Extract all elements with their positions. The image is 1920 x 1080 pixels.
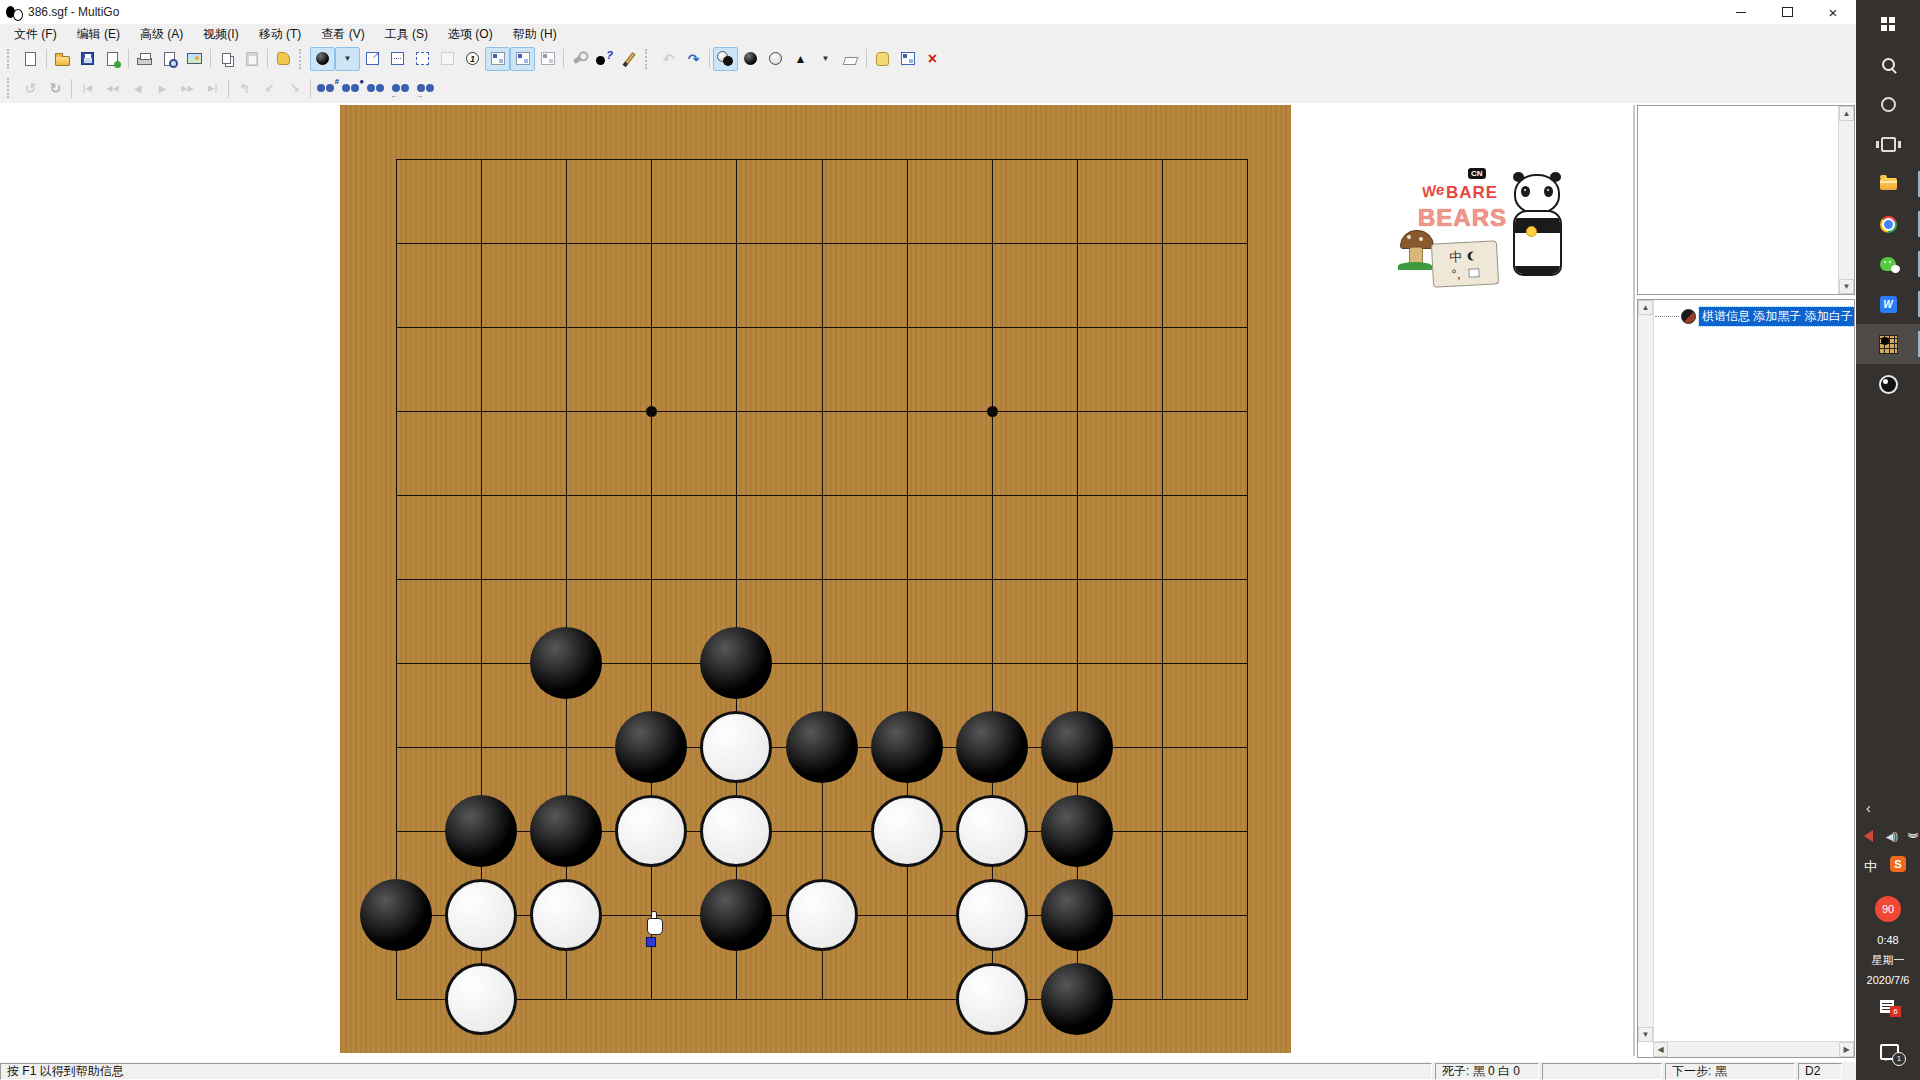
stone-q-icon — [596, 52, 613, 66]
action-center-badge: 1 — [1892, 1052, 1906, 1066]
stone-black — [700, 879, 772, 951]
start-icon — [1881, 17, 1887, 23]
up-branch-button[interactable]: ↰ — [232, 76, 257, 100]
go-first-button[interactable]: |◀ — [75, 76, 100, 100]
menu-advanced[interactable]: 高级 (A) — [130, 24, 193, 45]
guess-mode-button[interactable] — [592, 47, 617, 71]
tree-branch-button[interactable] — [535, 47, 560, 71]
move-mode-stone-button[interactable] — [310, 47, 335, 71]
stone-white — [786, 879, 858, 951]
floppy-icon — [81, 52, 94, 65]
obs-icon — [1879, 375, 1898, 394]
binoc-next-icon: → — [417, 82, 436, 94]
sign-board: 中 °, — [1431, 240, 1499, 287]
hand-icon — [277, 52, 290, 65]
print-button[interactable] — [132, 47, 157, 71]
stone-black — [1041, 879, 1113, 951]
ime-indicator[interactable]: 中 — [1864, 858, 1877, 876]
redo-button[interactable]: ↷ — [681, 47, 706, 71]
stone-black — [530, 795, 602, 867]
search-icon — [1882, 58, 1895, 71]
stone-black — [530, 627, 602, 699]
toolbar-main: ▼1↶↷▲▼× — [0, 44, 1860, 74]
close-icon: × — [1829, 5, 1838, 20]
find-next-button[interactable]: → — [414, 76, 439, 100]
tree-view-b-button[interactable] — [510, 47, 535, 71]
tree-plus2-icon — [901, 52, 915, 65]
tree-scroll-up-button[interactable]: ▲ — [1638, 300, 1653, 315]
branch-prev-icon: ↙ — [264, 81, 274, 95]
tree-connector — [1655, 316, 1679, 317]
pan-board-button[interactable] — [870, 47, 895, 71]
taskbar-apps: W — [1856, 4, 1920, 404]
stone-white — [956, 963, 1028, 1035]
del-x-icon: × — [928, 50, 937, 68]
export-file-button[interactable] — [100, 47, 125, 71]
tree-plus-icon — [516, 52, 530, 65]
next-branch-button[interactable]: ↘ — [282, 76, 307, 100]
status-next-move: 下一步: 黑 — [1665, 1063, 1795, 1080]
scroll-up-button[interactable]: ▲ — [1839, 106, 1854, 121]
sign-zhong-text: 中 — [1449, 248, 1463, 267]
stone-black — [1041, 963, 1113, 1035]
toolbar-separator — [46, 49, 47, 68]
comment-scrollbar[interactable]: ▲ ▼ — [1838, 106, 1854, 294]
toolbar-navigation: ↺↻|◀◀◀◀▶▶▶▶|↰↙↘#●←→ — [0, 73, 1860, 104]
toolbar-separator — [71, 79, 72, 98]
grid-line — [1077, 159, 1078, 1000]
nav-bb-icon: ◀◀ — [106, 84, 118, 93]
board-window-button[interactable] — [360, 47, 385, 71]
frame-gray-icon — [441, 52, 454, 65]
cortana-icon — [1881, 97, 1896, 112]
show-move-number-button[interactable]: 1 — [460, 47, 485, 71]
back-1-button[interactable]: ◀ — [125, 76, 150, 100]
fwd-10-button[interactable]: ▶▶ — [175, 76, 200, 100]
nav-first-icon: |◀ — [83, 83, 92, 93]
eraser-icon — [843, 57, 859, 65]
taskbar-clock[interactable]: 0:48 星期一 2020/7/6 — [1856, 930, 1920, 990]
tree-view-a-button[interactable] — [485, 47, 510, 71]
nav-f-icon: ▶ — [159, 83, 167, 94]
hidden-icons-chevron-icon[interactable]: ‹ — [1866, 800, 1871, 816]
taskbar-start[interactable] — [1856, 4, 1920, 44]
sticker-bare-text: BARE — [1446, 183, 1498, 203]
find-by-number-button[interactable]: # — [314, 76, 339, 100]
undo-icon: ↶ — [663, 51, 675, 67]
panda-head — [1514, 174, 1560, 214]
wrench-icon — [573, 53, 587, 65]
copy-icon — [222, 53, 231, 64]
menu-move[interactable]: 移动 (T) — [249, 24, 312, 45]
taskbar: W ‹ ◀)) ((( 中 S 90 0:48 星期一 2020/7/6 6 1 — [1856, 0, 1920, 1080]
stone-white — [700, 795, 772, 867]
frame-solid-icon — [391, 52, 404, 65]
nav-last-icon: ▶| — [208, 83, 217, 93]
taskbar-obs[interactable] — [1856, 364, 1920, 404]
insert-node-button[interactable] — [895, 47, 920, 71]
nav-back-button[interactable]: ↺ — [18, 76, 43, 100]
printer-icon — [137, 58, 152, 65]
grid-line — [396, 579, 1248, 580]
stone-black — [956, 711, 1028, 783]
two-stones-icon — [717, 51, 734, 66]
panda-arm-band — [1513, 218, 1562, 233]
moon-icon — [1470, 251, 1479, 260]
stone-black — [1041, 711, 1113, 783]
tree-vertical-scrollbar[interactable]: ▲ ▼ — [1638, 300, 1654, 1042]
go-board[interactable] — [340, 105, 1291, 1053]
page-mag-icon — [164, 52, 175, 66]
panel-splitter[interactable] — [1633, 105, 1635, 1056]
triangle-icon: ▲ — [795, 52, 807, 66]
game-tree-panel[interactable]: ▲ ▼ 棋谱信息 添加黑子 添加白子 ◀ ▶ — [1637, 299, 1855, 1058]
mark-dropdown-button[interactable]: ▼ — [813, 47, 838, 71]
menu-video[interactable]: 视频(I) — [193, 24, 248, 45]
folder-icon — [55, 56, 70, 66]
minimize-icon — [1736, 12, 1746, 13]
hoshi-point — [646, 406, 657, 417]
brush-icon — [624, 52, 635, 65]
maximize-button[interactable] — [1764, 0, 1810, 24]
stone-black — [445, 795, 517, 867]
speaker-icon[interactable]: ◀)) — [1886, 831, 1897, 842]
notification-badge: 6 — [1890, 1006, 1901, 1017]
find-button[interactable] — [364, 76, 389, 100]
tree-node-icon[interactable] — [1681, 309, 1696, 324]
page-sync-icon — [107, 52, 118, 66]
panda-ear-icon — [1550, 172, 1561, 182]
branch-icon — [541, 52, 555, 65]
edit-mark-button[interactable] — [617, 47, 642, 71]
open-file-button[interactable] — [50, 47, 75, 71]
wechat-icon — [1880, 257, 1896, 271]
chrome-icon — [1880, 216, 1897, 233]
scroll-down-button[interactable]: ▼ — [1839, 279, 1854, 294]
arrow-up-icon: ▲ — [1843, 109, 1851, 118]
export-image-button[interactable] — [182, 47, 207, 71]
undo-button[interactable]: ↶ — [656, 47, 681, 71]
add-black-button[interactable] — [738, 47, 763, 71]
nav-forward-button[interactable]: ↻ — [43, 76, 68, 100]
toolbar-separator — [128, 49, 129, 68]
taskbar-task-view[interactable] — [1856, 124, 1920, 164]
stone-black — [700, 627, 772, 699]
stone-b-icon — [316, 52, 329, 65]
grass — [1398, 262, 1432, 270]
stone-white — [956, 795, 1028, 867]
comment-panel[interactable]: ▲ ▼ — [1637, 105, 1855, 295]
menu-help[interactable]: 帮助 (H) — [503, 24, 567, 45]
stone-black — [1041, 795, 1113, 867]
cn-logo: CN — [1468, 168, 1486, 179]
taskbar-cortana[interactable] — [1856, 84, 1920, 124]
fwd-1-button[interactable]: ▶ — [150, 76, 175, 100]
arrow-right-icon: ▶ — [1843, 1045, 1849, 1054]
taskbar-wps[interactable]: W — [1856, 284, 1920, 324]
stone-black — [360, 879, 432, 951]
branch-next-icon: ↘ — [289, 81, 299, 95]
toolbar-separator — [563, 49, 564, 68]
grid-line — [396, 663, 1248, 664]
grid-line — [396, 831, 1248, 832]
add-white-button[interactable] — [763, 47, 788, 71]
toolbar-separator — [866, 49, 867, 68]
panda-ear-icon — [1513, 172, 1524, 182]
copy-button[interactable] — [214, 47, 239, 71]
binoc-icon — [367, 82, 386, 94]
taskbar-chrome[interactable] — [1856, 204, 1920, 244]
app-icon — [6, 4, 22, 20]
binoc-prev-icon: ← — [392, 82, 411, 94]
stone-white — [615, 795, 687, 867]
save-file-button[interactable] — [75, 47, 100, 71]
redo-icon: ↷ — [688, 51, 700, 67]
frame-dashed-icon — [416, 52, 429, 65]
toolbar-separator — [228, 79, 229, 98]
menu-options[interactable]: 选项 (O) — [438, 24, 503, 45]
clock-weekday: 星期一 — [1856, 950, 1920, 970]
taskbar-file-explorer[interactable] — [1856, 164, 1920, 204]
status-bar: 按 F1 以得到帮助信息 死子: 黑 0 白 0 下一步: 黑 D2 — [0, 1062, 1856, 1080]
cursor-hand-icon — [646, 911, 668, 945]
frame-arrow-icon — [366, 52, 379, 65]
stone-white — [871, 795, 943, 867]
media-tray-icon[interactable] — [1858, 830, 1873, 842]
stone-white — [445, 879, 517, 951]
minimize-button[interactable] — [1718, 0, 1764, 24]
num1-icon: 1 — [466, 52, 479, 65]
clock-date: 2020/7/6 — [1856, 970, 1920, 990]
toolbar-separator — [210, 49, 211, 68]
sticker-we-text: We — [1421, 180, 1446, 201]
circ-undo-icon: ↺ — [25, 80, 37, 96]
toolbar-separator — [310, 79, 311, 98]
stone-b-icon — [744, 52, 757, 65]
status-empty — [1542, 1063, 1662, 1080]
board-view-dashed-button[interactable] — [410, 47, 435, 71]
pan-icon — [876, 52, 889, 66]
paste-icon — [246, 52, 258, 66]
board-view-zoom-button[interactable] — [435, 47, 460, 71]
paste-button[interactable] — [239, 47, 264, 71]
task-view-icon — [1881, 137, 1896, 152]
board-view-solid-button[interactable] — [385, 47, 410, 71]
binoc-dot-icon: ● — [342, 82, 361, 94]
toolbar-grip — [645, 49, 653, 69]
menu-file[interactable]: 文件 (F) — [4, 24, 67, 45]
grid-line — [992, 159, 993, 1000]
panda-eye-icon — [1544, 186, 1553, 197]
tree-scroll-down-button[interactable]: ▼ — [1638, 1027, 1653, 1042]
prev-branch-button[interactable]: ↙ — [257, 76, 282, 100]
grid-line — [1247, 159, 1248, 1000]
nav-ff-icon: ▶▶ — [181, 84, 193, 93]
tree-horizontal-scrollbar[interactable]: ◀ ▶ — [1653, 1041, 1854, 1057]
toolbar-grip — [299, 49, 307, 69]
sticker-bears-text: BEARS — [1418, 204, 1507, 232]
flower-icon — [1526, 226, 1537, 237]
grid-line — [1162, 159, 1163, 1000]
tools-button[interactable] — [567, 47, 592, 71]
stone-white — [530, 879, 602, 951]
multigo-icon — [1879, 335, 1898, 354]
wps-icon: W — [1880, 296, 1897, 313]
window-title: 386.sgf - MultiGo — [28, 5, 119, 19]
menu-tools[interactable]: 工具 (S) — [375, 24, 438, 45]
taskbar-multigo[interactable] — [1856, 324, 1920, 364]
print-preview-button[interactable] — [157, 47, 182, 71]
screen: 386.sgf - MultiGo × 文件 (F)编辑 (E)高级 (A)视频… — [0, 0, 1920, 1080]
title-bar: 386.sgf - MultiGo × — [0, 0, 1856, 24]
hoshi-point — [987, 406, 998, 417]
menu-bar: 文件 (F)编辑 (E)高级 (A)视频(I)移动 (T)查看 (V)工具 (S… — [0, 24, 1860, 44]
find-prev-button[interactable]: ← — [389, 76, 414, 100]
tree-selected-node[interactable]: 棋谱信息 添加黑子 添加白子 — [1699, 307, 1855, 326]
taskbar-wechat[interactable] — [1856, 244, 1920, 284]
eraser-button[interactable] — [838, 47, 863, 71]
stone-black — [786, 711, 858, 783]
arrow-left-icon: ◀ — [1657, 1045, 1663, 1054]
toolbar-separator — [709, 49, 710, 68]
status-coordinate: D2 — [1798, 1063, 1842, 1080]
tree-scroll-left-button[interactable]: ◀ — [1653, 1042, 1668, 1057]
panda-eye-icon — [1521, 186, 1530, 197]
grid-line — [907, 159, 908, 1000]
delete-node-button[interactable]: × — [920, 47, 945, 71]
file-explorer-icon — [1880, 178, 1897, 190]
sogou-input-icon[interactable]: S — [1890, 856, 1906, 872]
arrow-down-icon: ▼ — [1843, 282, 1851, 291]
toolbar-grip — [7, 49, 15, 69]
binoc-num-icon: # — [317, 82, 336, 94]
arrow-down-icon: ▼ — [1642, 1030, 1650, 1039]
stone-black — [871, 711, 943, 783]
back-10-button[interactable]: ◀◀ — [100, 76, 125, 100]
toolbar-grip — [7, 78, 15, 98]
nav-b-icon: ◀ — [134, 83, 142, 94]
go-last-button[interactable]: ▶| — [200, 76, 225, 100]
panda-legs — [1513, 266, 1562, 276]
close-button[interactable]: × — [1810, 0, 1856, 24]
up-arrow-icon: ↰ — [239, 81, 250, 96]
menu-edit[interactable]: 编辑 (E) — [67, 24, 130, 45]
page-icon — [25, 52, 36, 66]
move-mode-dropdown-button[interactable]: ▼ — [335, 47, 360, 71]
drop-icon: ▼ — [822, 54, 830, 63]
tree-icon — [491, 52, 505, 65]
status-help: 按 F1 以得到帮助信息 — [0, 1063, 1432, 1080]
shirt-icon — [1468, 268, 1479, 278]
clock-time: 0:48 — [1856, 930, 1920, 950]
swap-stones-button[interactable] — [713, 47, 738, 71]
tray-icons-row: ◀)) ((( — [1856, 830, 1920, 842]
stone-w-icon — [769, 52, 782, 65]
bears-sticker: CN We BARE BEARS 中 °, — [1396, 168, 1568, 298]
maximize-icon — [1782, 7, 1793, 17]
new-file-button[interactable] — [18, 47, 43, 71]
taskbar-search[interactable] — [1856, 44, 1920, 84]
wifi-icon[interactable]: ((( — [1906, 834, 1917, 838]
stone-black — [615, 711, 687, 783]
arrow-up-icon: ▲ — [1642, 303, 1650, 312]
stone-white — [700, 711, 772, 783]
panda-body — [1513, 210, 1562, 276]
sign-dot: °, — [1451, 266, 1461, 281]
grid-line — [396, 999, 1248, 1000]
find-by-point-button[interactable]: ● — [339, 76, 364, 100]
window-controls: × — [1718, 0, 1856, 24]
circ-redo-icon: ↻ — [50, 80, 62, 96]
tree-scroll-right-button[interactable]: ▶ — [1839, 1042, 1854, 1057]
drop-icon: ▼ — [344, 54, 352, 63]
stone-white — [956, 879, 1028, 951]
stone-white — [445, 963, 517, 1035]
qq-badge[interactable]: 90 — [1875, 896, 1901, 922]
tree-root-row: 棋谱信息 添加黑子 添加白子 — [1655, 307, 1855, 326]
status-captures: 死子: 黑 0 白 0 — [1435, 1063, 1539, 1080]
image-icon — [187, 53, 202, 64]
toolbar-separator — [267, 49, 268, 68]
setup-mode-button[interactable] — [271, 47, 296, 71]
menu-view[interactable]: 查看 (V) — [311, 24, 374, 45]
add-triangle-button[interactable]: ▲ — [788, 47, 813, 71]
